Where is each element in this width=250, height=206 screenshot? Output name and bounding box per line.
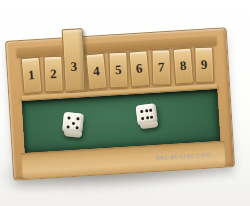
die-1-top-face [63, 113, 83, 133]
die-2-pip [144, 109, 147, 112]
tile-slot-2: 2 [43, 55, 64, 92]
die-2-pip [146, 117, 149, 120]
die-2-pip [150, 116, 153, 119]
tile-slot-6: 6 [129, 50, 150, 87]
die-1-pip [71, 121, 74, 124]
tile-1[interactable]: 1 [21, 57, 43, 94]
tile-9[interactable]: 9 [194, 46, 214, 83]
photo-background: 123456789 bec-et-croc.com [0, 0, 250, 206]
tile-3[interactable]: 3 [62, 28, 86, 92]
tile-slot-7: 7 [151, 49, 172, 86]
shut-the-box-board: 123456789 bec-et-croc.com [5, 27, 235, 180]
die-1[interactable] [62, 112, 84, 134]
tile-2[interactable]: 2 [43, 56, 63, 93]
die-1-pip [68, 117, 71, 120]
tile-slot-1: 1 [21, 57, 42, 94]
tile-5[interactable]: 5 [108, 52, 128, 89]
die-1-pip [76, 117, 79, 120]
die-1-pip [75, 126, 78, 129]
tile-slot-9: 9 [194, 46, 215, 83]
watermark: bec-et-croc.com [156, 151, 212, 162]
tile-7[interactable]: 7 [151, 49, 171, 85]
die-2-pip [140, 109, 143, 112]
die-2-pip [149, 108, 152, 111]
die-1-pip [67, 125, 70, 128]
die-2-pip [141, 117, 144, 120]
tile-slot-8: 8 [172, 48, 193, 85]
die-2-top-face [137, 104, 157, 124]
tile-4[interactable]: 4 [85, 53, 107, 91]
die-2[interactable] [135, 103, 157, 125]
tile-8[interactable]: 8 [172, 47, 193, 84]
tile-6[interactable]: 6 [129, 50, 151, 87]
tile-slot-4: 4 [86, 53, 107, 90]
tile-slot-3: 3 [64, 54, 85, 91]
tile-slot-5: 5 [107, 52, 128, 89]
